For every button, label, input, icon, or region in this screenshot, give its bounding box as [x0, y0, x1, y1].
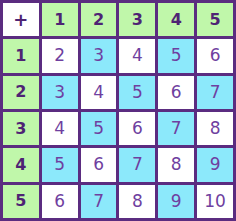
- row-header-4: 4: [3, 148, 39, 181]
- sum-cell-r5-c4: 9: [158, 185, 194, 218]
- col-header-5: 5: [197, 3, 233, 36]
- sum-cell-r1-c2: 3: [81, 39, 117, 72]
- sum-cell-r4-c2: 6: [81, 148, 117, 181]
- corner-plus-cell: +: [3, 3, 39, 36]
- col-header-2: 2: [81, 3, 117, 36]
- col-header-3: 3: [119, 3, 155, 36]
- sum-cell-r5-c2: 7: [81, 185, 117, 218]
- sum-cell-r5-c3: 8: [119, 185, 155, 218]
- sum-cell-r1-c3: 4: [119, 39, 155, 72]
- sum-cell-r3-c3: 6: [119, 112, 155, 145]
- sum-cell-r2-c5: 7: [197, 76, 233, 109]
- col-header-4: 4: [158, 3, 194, 36]
- sum-cell-r4-c4: 8: [158, 148, 194, 181]
- sum-cell-r2-c2: 4: [81, 76, 117, 109]
- sum-cell-r1-c1: 2: [42, 39, 78, 72]
- sum-cell-r4-c1: 5: [42, 148, 78, 181]
- sum-cell-r1-c4: 5: [158, 39, 194, 72]
- col-header-1: 1: [42, 3, 78, 36]
- sum-cell-r4-c3: 7: [119, 148, 155, 181]
- sum-cell-r5-c5: 10: [197, 185, 233, 218]
- row-header-2: 2: [3, 76, 39, 109]
- sum-cell-r3-c1: 4: [42, 112, 78, 145]
- sum-cell-r2-c1: 3: [42, 76, 78, 109]
- sum-cell-r5-c1: 6: [42, 185, 78, 218]
- sum-cell-r1-c5: 6: [197, 39, 233, 72]
- sum-cell-r2-c3: 5: [119, 76, 155, 109]
- sum-cell-r3-c4: 7: [158, 112, 194, 145]
- sum-cell-r3-c2: 5: [81, 112, 117, 145]
- row-header-5: 5: [3, 185, 39, 218]
- sum-cell-r3-c5: 8: [197, 112, 233, 145]
- sum-cell-r2-c4: 6: [158, 76, 194, 109]
- addition-table: +123451234562345673456784567895678910: [0, 0, 236, 221]
- row-header-3: 3: [3, 112, 39, 145]
- sum-cell-r4-c5: 9: [197, 148, 233, 181]
- row-header-1: 1: [3, 39, 39, 72]
